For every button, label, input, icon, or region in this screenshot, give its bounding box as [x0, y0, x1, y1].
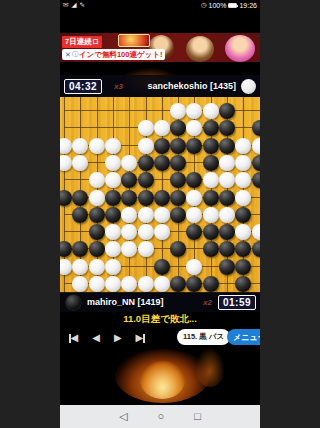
white-stone	[105, 276, 121, 292]
white-stone	[154, 207, 170, 223]
white-stone	[89, 259, 105, 275]
white-stone	[60, 155, 72, 171]
black-stone	[252, 120, 260, 136]
white-stone	[138, 224, 154, 240]
white-multiplier: x3	[114, 82, 123, 91]
black-stone	[203, 276, 219, 292]
white-stone	[154, 224, 170, 240]
skip-end-button[interactable]: ▶	[136, 333, 145, 343]
white-stone	[72, 259, 88, 275]
black-timer: 01:59	[218, 295, 256, 310]
black-stone	[252, 241, 260, 257]
white-stone	[121, 224, 137, 240]
black-stone	[203, 155, 219, 171]
black-stone	[154, 138, 170, 154]
white-stone	[219, 155, 235, 171]
ad-character-2	[186, 36, 214, 62]
black-stone	[170, 190, 186, 206]
black-stone	[186, 172, 202, 188]
black-stone	[60, 190, 72, 206]
white-stone	[105, 224, 121, 240]
white-stone	[186, 120, 202, 136]
white-stone	[121, 207, 137, 223]
white-stone	[203, 172, 219, 188]
android-recents-button[interactable]: □	[194, 411, 201, 422]
prev-move-button[interactable]: ◀	[92, 333, 100, 343]
black-stone	[170, 241, 186, 257]
white-stone	[121, 241, 137, 257]
white-timer: 04:32	[64, 79, 102, 94]
white-stone	[235, 155, 251, 171]
black-stone	[138, 155, 154, 171]
white-stone	[186, 259, 202, 275]
white-stone	[138, 120, 154, 136]
white-stone	[154, 276, 170, 292]
result-text: 11.0目差で敗北...	[60, 313, 260, 326]
ad-character-3	[225, 35, 255, 62]
black-stone	[89, 224, 105, 240]
white-stone	[186, 103, 202, 119]
black-stone	[154, 259, 170, 275]
black-stone	[235, 241, 251, 257]
phone-screen: ✉ ◢ ✎ ◷ 100% 19:26 7日連続ロ ✕ ⓘ インで無料100連ゲッ…	[60, 0, 260, 428]
skip-start-button[interactable]: ◀	[69, 333, 78, 343]
black-stone	[219, 138, 235, 154]
ad-logo	[118, 34, 150, 47]
black-stone	[154, 190, 170, 206]
white-stone	[138, 241, 154, 257]
white-stone	[105, 155, 121, 171]
ad-close-icon[interactable]: ✕	[65, 51, 71, 59]
white-stone	[105, 241, 121, 257]
next-move-button[interactable]: ▶	[114, 333, 122, 343]
white-stone	[235, 224, 251, 240]
white-stone	[89, 138, 105, 154]
black-stone	[72, 190, 88, 206]
white-stone	[219, 172, 235, 188]
black-player-name: mahiro_NN [1419]	[87, 297, 164, 307]
black-stone	[121, 190, 137, 206]
white-stone	[138, 276, 154, 292]
ad-banner[interactable]: 7日連続ロ ✕ ⓘ インで無料100連ゲット!	[60, 33, 260, 62]
black-stone	[252, 155, 260, 171]
black-stone-icon	[66, 295, 81, 310]
black-stone	[60, 241, 72, 257]
ad-subline-text: インで無料100連ゲット!	[79, 50, 163, 60]
pen-icon: ✎	[79, 2, 84, 9]
white-stone	[235, 190, 251, 206]
white-stone	[186, 207, 202, 223]
white-stone	[105, 259, 121, 275]
android-nav-bar: ◁ ○ □	[60, 405, 260, 428]
white-stone	[105, 138, 121, 154]
white-stone	[72, 155, 88, 171]
white-stone	[138, 138, 154, 154]
black-stone	[170, 207, 186, 223]
black-stone	[121, 172, 137, 188]
black-stone	[203, 190, 219, 206]
black-stone	[89, 207, 105, 223]
ad-subline[interactable]: ✕ ⓘ インで無料100連ゲット!	[62, 49, 165, 60]
go-board[interactable]	[60, 97, 260, 293]
black-stone	[170, 172, 186, 188]
envelope-icon: ✉	[63, 2, 68, 9]
black-stone	[72, 241, 88, 257]
black-stone	[138, 190, 154, 206]
black-stone	[186, 138, 202, 154]
black-stone	[89, 241, 105, 257]
white-stone	[170, 103, 186, 119]
white-stone	[121, 276, 137, 292]
black-stone	[170, 155, 186, 171]
black-stone	[72, 207, 88, 223]
menu-button[interactable]: メニュー	[227, 329, 260, 345]
white-stone	[235, 172, 251, 188]
white-stone-icon	[241, 79, 256, 94]
black-stone	[219, 190, 235, 206]
black-stone	[170, 276, 186, 292]
black-stone	[235, 207, 251, 223]
black-stone	[186, 224, 202, 240]
black-stone	[219, 224, 235, 240]
signal-icon: ◢	[71, 2, 76, 9]
white-stone	[252, 224, 260, 240]
white-stone	[105, 172, 121, 188]
black-stone	[203, 138, 219, 154]
black-stone	[219, 120, 235, 136]
white-stone	[89, 172, 105, 188]
battery-icon	[228, 3, 237, 8]
player-bar-white: 04:32 x3 sanchekoshio [1435]	[60, 75, 260, 97]
white-stone	[154, 120, 170, 136]
black-stone	[105, 207, 121, 223]
android-back-button[interactable]: ◁	[119, 411, 127, 422]
black-stone	[138, 172, 154, 188]
controls-row: ◀ ◀ ▶ ▶ 115. 黒 パス メニュー	[60, 329, 260, 347]
status-time: 19:26	[239, 2, 257, 9]
white-stone	[186, 190, 202, 206]
white-player-name: sanchekoshio [1435]	[147, 81, 236, 91]
battery-percent: 100%	[209, 2, 227, 9]
white-stone	[138, 207, 154, 223]
android-home-button[interactable]: ○	[158, 411, 165, 422]
black-stone	[219, 103, 235, 119]
black-multiplier: x2	[203, 298, 212, 307]
white-stone	[89, 190, 105, 206]
black-stone	[154, 155, 170, 171]
move-indicator[interactable]: 115. 黒 パス	[177, 329, 230, 345]
black-stone	[235, 259, 251, 275]
black-stone	[203, 224, 219, 240]
white-stone	[219, 207, 235, 223]
white-stone	[121, 155, 137, 171]
white-stone	[60, 138, 72, 154]
white-stone	[72, 276, 88, 292]
black-stone	[186, 276, 202, 292]
ad-info-icon[interactable]: ⓘ	[72, 50, 78, 59]
alarm-icon: ◷	[201, 2, 207, 9]
white-stone	[72, 138, 88, 154]
white-stone	[252, 138, 260, 154]
black-stone	[219, 259, 235, 275]
white-stone	[203, 207, 219, 223]
background-flames-bottom	[60, 347, 260, 405]
white-stone	[60, 259, 72, 275]
black-stone	[203, 120, 219, 136]
black-stone	[252, 172, 260, 188]
black-stone	[105, 190, 121, 206]
black-stone	[219, 241, 235, 257]
status-bar: ✉ ◢ ✎ ◷ 100% 19:26	[60, 0, 260, 11]
ad-headline: 7日連続ロ	[62, 36, 102, 48]
black-stone	[203, 241, 219, 257]
white-stone	[89, 276, 105, 292]
white-stone	[203, 103, 219, 119]
player-bar-black: mahiro_NN [1419] x2 01:59	[60, 292, 260, 312]
black-stone	[235, 276, 251, 292]
white-stone	[235, 138, 251, 154]
black-stone	[170, 138, 186, 154]
black-stone	[170, 120, 186, 136]
